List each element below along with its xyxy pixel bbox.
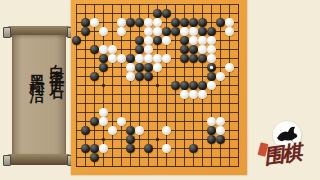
white-stone	[162, 126, 171, 135]
black-stone	[180, 45, 189, 54]
black-stone	[81, 18, 90, 27]
black-stone	[180, 18, 189, 27]
white-stone	[126, 63, 135, 72]
white-stone	[153, 27, 162, 36]
white-stone	[216, 126, 225, 135]
black-stone	[216, 135, 225, 144]
white-stone	[189, 90, 198, 99]
black-stone	[72, 36, 81, 45]
white-stone	[153, 54, 162, 63]
white-stone	[144, 18, 153, 27]
go-board[interactable]	[71, 0, 247, 175]
black-stone	[171, 18, 180, 27]
channel-logo: 围棋	[251, 117, 317, 177]
white-stone	[144, 54, 153, 63]
black-stone	[189, 18, 198, 27]
black-stone	[126, 54, 135, 63]
black-stone	[189, 144, 198, 153]
black-stone	[198, 27, 207, 36]
black-stone	[189, 81, 198, 90]
black-stone	[153, 9, 162, 18]
black-stone	[171, 81, 180, 90]
white-stone	[207, 81, 216, 90]
white-stone	[144, 45, 153, 54]
white-stone	[153, 18, 162, 27]
black-stone	[207, 135, 216, 144]
logo-text: 围棋	[262, 139, 301, 171]
black-stone	[162, 9, 171, 18]
black-stone	[81, 126, 90, 135]
black-stone	[99, 54, 108, 63]
white-stone	[207, 36, 216, 45]
white-stone	[117, 54, 126, 63]
white-stone	[135, 126, 144, 135]
white-stone	[216, 117, 225, 126]
white-stone	[225, 18, 234, 27]
white-stone	[90, 18, 99, 27]
black-stone	[135, 36, 144, 45]
white-stone	[225, 63, 234, 72]
black-stone	[81, 27, 90, 36]
white-stone	[216, 72, 225, 81]
black-stone	[135, 72, 144, 81]
board-intersections[interactable]	[72, 0, 243, 171]
black-stone	[126, 126, 135, 135]
black-stone-last-move	[207, 63, 216, 72]
white-stone	[99, 108, 108, 117]
white-stone	[189, 27, 198, 36]
white-stone	[99, 45, 108, 54]
black-stone	[180, 54, 189, 63]
black-stone	[135, 18, 144, 27]
black-stone	[198, 54, 207, 63]
white-stone	[198, 90, 207, 99]
white-stone	[180, 90, 189, 99]
scroll-paper: 白李世石 黑柯洁	[12, 35, 66, 157]
black-stone	[198, 81, 207, 90]
black-stone	[180, 36, 189, 45]
black-stone	[144, 144, 153, 153]
white-stone	[144, 36, 153, 45]
white-stone	[162, 36, 171, 45]
black-stone	[144, 72, 153, 81]
black-stone	[171, 27, 180, 36]
white-stone	[99, 27, 108, 36]
black-stone	[90, 153, 99, 162]
black-stone	[144, 63, 153, 72]
star-point	[156, 138, 159, 141]
black-stone	[207, 72, 216, 81]
white-stone	[189, 36, 198, 45]
white-stone	[108, 45, 117, 54]
white-stone	[135, 54, 144, 63]
black-stone	[126, 18, 135, 27]
white-player-label: 白李世石	[49, 52, 64, 80]
black-stone	[162, 27, 171, 36]
black-stone	[135, 63, 144, 72]
white-stone	[117, 18, 126, 27]
black-stone	[81, 144, 90, 153]
black-stone	[207, 27, 216, 36]
black-stone	[126, 135, 135, 144]
star-point	[156, 84, 159, 87]
black-stone	[207, 126, 216, 135]
black-stone	[189, 45, 198, 54]
white-stone	[108, 126, 117, 135]
white-stone	[207, 45, 216, 54]
white-stone	[99, 117, 108, 126]
white-stone	[99, 144, 108, 153]
star-point	[102, 138, 105, 141]
black-stone	[90, 144, 99, 153]
player-scroll: 白李世石 黑柯洁	[9, 26, 69, 178]
white-stone	[162, 144, 171, 153]
black-stone	[99, 63, 108, 72]
white-stone	[198, 36, 207, 45]
white-stone	[198, 45, 207, 54]
star-point	[102, 84, 105, 87]
scroll-bottom-roll	[7, 154, 71, 165]
black-stone	[180, 81, 189, 90]
white-stone	[117, 117, 126, 126]
white-stone	[207, 54, 216, 63]
black-stone	[189, 54, 198, 63]
white-stone	[153, 63, 162, 72]
black-stone	[216, 18, 225, 27]
white-stone	[144, 27, 153, 36]
black-stone	[90, 117, 99, 126]
black-stone	[90, 45, 99, 54]
black-stone	[153, 36, 162, 45]
white-stone	[207, 117, 216, 126]
white-stone	[180, 27, 189, 36]
white-stone	[117, 27, 126, 36]
white-stone	[225, 27, 234, 36]
black-stone	[198, 18, 207, 27]
black-stone	[90, 72, 99, 81]
white-stone	[162, 54, 171, 63]
black-stone	[126, 144, 135, 153]
white-stone	[126, 72, 135, 81]
black-player-label: 黑柯洁	[29, 62, 44, 83]
black-stone	[135, 45, 144, 54]
white-stone	[108, 54, 117, 63]
